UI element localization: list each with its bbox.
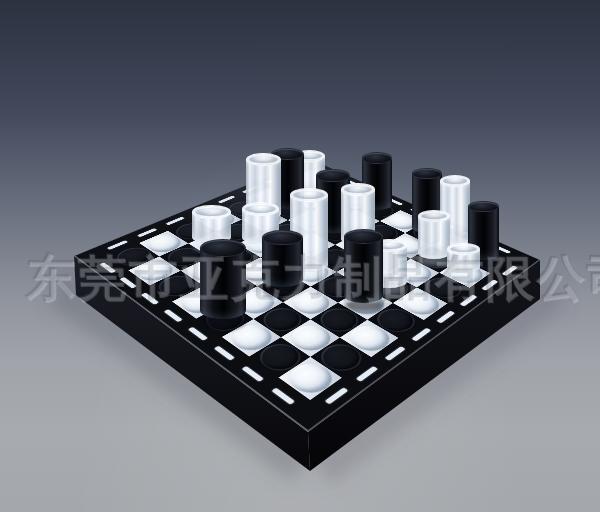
rim-dash xyxy=(385,346,406,361)
rim-dash xyxy=(99,262,115,273)
product-photo-scene: 东莞市亚克力制品有限公司 xyxy=(0,0,600,512)
rim-dash xyxy=(164,309,183,322)
rim-dash xyxy=(141,293,159,305)
rim-dash xyxy=(436,311,455,324)
rim-dash xyxy=(214,346,235,361)
rim-dash xyxy=(271,388,295,405)
rim-dash xyxy=(481,280,498,291)
rim-dash xyxy=(188,327,208,341)
rim-dash xyxy=(325,387,349,404)
rim-dash xyxy=(460,295,478,307)
rim-dash xyxy=(502,266,518,276)
rim-dash xyxy=(120,277,137,288)
rim-dash xyxy=(411,328,431,342)
rim-dash xyxy=(356,366,378,382)
rim-dash xyxy=(242,366,264,382)
